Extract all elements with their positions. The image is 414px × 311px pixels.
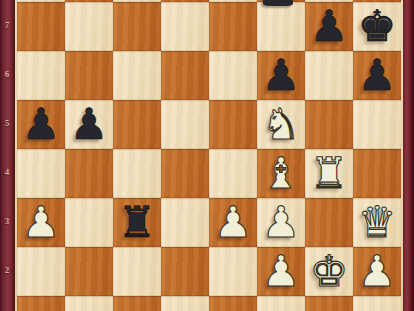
white-bishop-f4[interactable]: ♝ <box>257 149 305 198</box>
white-pawn-e3[interactable]: ♟ <box>209 198 257 247</box>
square-e5[interactable] <box>209 100 257 149</box>
square-c5[interactable] <box>113 100 161 149</box>
square-d5[interactable] <box>161 100 209 149</box>
square-e6[interactable] <box>209 51 257 100</box>
white-pawn-f3[interactable]: ♟ <box>257 198 305 247</box>
square-b6[interactable] <box>65 51 113 100</box>
square-f4[interactable]: ♝ <box>257 149 305 198</box>
square-f5[interactable]: ♞ <box>257 100 305 149</box>
square-g3[interactable] <box>305 198 353 247</box>
square-b4[interactable] <box>65 149 113 198</box>
square-c3[interactable]: ♜ <box>113 198 161 247</box>
white-knight-f5[interactable]: ♞ <box>257 100 305 149</box>
square-c2[interactable] <box>113 247 161 296</box>
black-pawn-a5[interactable]: ♟ <box>17 100 65 149</box>
square-f1[interactable] <box>257 296 305 311</box>
square-h5[interactable] <box>353 100 401 149</box>
square-f3[interactable]: ♟ <box>257 198 305 247</box>
square-g1[interactable] <box>305 296 353 311</box>
square-b5[interactable]: ♟ <box>65 100 113 149</box>
black-rook-c3[interactable]: ♜ <box>113 198 161 247</box>
square-a6[interactable] <box>17 51 65 100</box>
square-g5[interactable] <box>305 100 353 149</box>
square-e7[interactable] <box>209 2 257 51</box>
black-king-h7[interactable]: ♚ <box>353 2 401 51</box>
square-h7[interactable]: ♚ <box>353 2 401 51</box>
white-pawn-a3[interactable]: ♟ <box>17 198 65 247</box>
partial-black-piece-f8 <box>263 0 293 6</box>
square-g7[interactable]: ♟ <box>305 2 353 51</box>
board-edge-highlight-left <box>15 0 17 311</box>
white-king-g2[interactable]: ♚ <box>305 247 353 296</box>
square-d6[interactable] <box>161 51 209 100</box>
square-f2[interactable]: ♟ <box>257 247 305 296</box>
square-e4[interactable] <box>209 149 257 198</box>
square-h3[interactable]: ♛ <box>353 198 401 247</box>
square-h6[interactable]: ♟ <box>353 51 401 100</box>
chess-board-diagram: ♟♚♟♟♟♟♞♝♜♟♜♟♟♛♟♚♟ 765432 <box>0 0 414 311</box>
white-rook-g4[interactable]: ♜ <box>305 149 353 198</box>
square-b2[interactable] <box>65 247 113 296</box>
square-g4[interactable]: ♜ <box>305 149 353 198</box>
square-h1[interactable] <box>353 296 401 311</box>
square-c7[interactable] <box>113 2 161 51</box>
square-b3[interactable] <box>65 198 113 247</box>
square-f7[interactable] <box>257 2 305 51</box>
square-f6[interactable]: ♟ <box>257 51 305 100</box>
square-d3[interactable] <box>161 198 209 247</box>
square-b7[interactable] <box>65 2 113 51</box>
square-g6[interactable] <box>305 51 353 100</box>
square-e3[interactable]: ♟ <box>209 198 257 247</box>
square-a3[interactable]: ♟ <box>17 198 65 247</box>
square-e2[interactable] <box>209 247 257 296</box>
white-pawn-h2[interactable]: ♟ <box>353 247 401 296</box>
board-frame-left <box>0 0 15 311</box>
square-h2[interactable]: ♟ <box>353 247 401 296</box>
square-e1[interactable] <box>209 296 257 311</box>
square-c1[interactable] <box>113 296 161 311</box>
square-a4[interactable] <box>17 149 65 198</box>
square-d2[interactable] <box>161 247 209 296</box>
black-pawn-g7[interactable]: ♟ <box>305 2 353 51</box>
square-a7[interactable] <box>17 2 65 51</box>
square-d4[interactable] <box>161 149 209 198</box>
square-c4[interactable] <box>113 149 161 198</box>
square-c6[interactable] <box>113 51 161 100</box>
board-frame-right <box>403 0 414 311</box>
black-pawn-h6[interactable]: ♟ <box>353 51 401 100</box>
black-pawn-f6[interactable]: ♟ <box>257 51 305 100</box>
square-d1[interactable] <box>161 296 209 311</box>
chess-board: ♟♚♟♟♟♟♞♝♜♟♜♟♟♛♟♚♟ <box>17 0 401 311</box>
white-pawn-f2[interactable]: ♟ <box>257 247 305 296</box>
square-d7[interactable] <box>161 2 209 51</box>
square-b1[interactable] <box>65 296 113 311</box>
square-a5[interactable]: ♟ <box>17 100 65 149</box>
square-a1[interactable] <box>17 296 65 311</box>
black-pawn-b5[interactable]: ♟ <box>65 100 113 149</box>
square-a2[interactable] <box>17 247 65 296</box>
white-queen-h3[interactable]: ♛ <box>353 198 401 247</box>
square-h4[interactable] <box>353 149 401 198</box>
square-g2[interactable]: ♚ <box>305 247 353 296</box>
